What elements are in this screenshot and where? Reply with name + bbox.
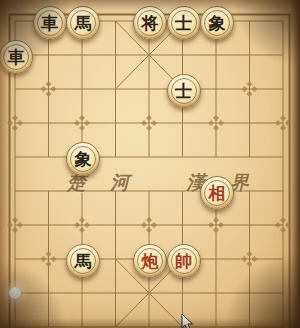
black-advisor-f10-glyph: 士 <box>175 14 192 31</box>
red-elephant-g5-glyph: 相 <box>209 184 226 201</box>
red-cannon-e3-glyph: 炮 <box>142 252 159 269</box>
black-advisor-f8-glyph: 士 <box>175 82 192 99</box>
red-elephant-g5[interactable]: 相 <box>200 176 234 210</box>
black-chariot-b10[interactable]: 車 <box>33 6 67 40</box>
black-elephant-c6-glyph: 象 <box>75 150 92 167</box>
black-general-e10[interactable]: 将 <box>133 6 167 40</box>
black-advisor-f10[interactable]: 士 <box>167 6 201 40</box>
black-chariot-a9[interactable]: 車 <box>0 40 33 74</box>
black-advisor-f8[interactable]: 士 <box>167 74 201 108</box>
board-grid <box>0 0 300 328</box>
black-horse-c10-glyph: 馬 <box>75 14 92 31</box>
black-elephant-g10-glyph: 象 <box>209 14 226 31</box>
highlight-dot <box>9 287 21 299</box>
black-general-e10-glyph: 将 <box>142 14 159 31</box>
black-horse-c3[interactable]: 馬 <box>66 244 100 278</box>
red-general-f3[interactable]: 帥 <box>167 244 201 278</box>
black-elephant-g10[interactable]: 象 <box>200 6 234 40</box>
black-chariot-a9-glyph: 車 <box>8 48 25 65</box>
black-chariot-b10-glyph: 車 <box>41 14 58 31</box>
black-horse-c10[interactable]: 馬 <box>66 6 100 40</box>
black-elephant-c6[interactable]: 象 <box>66 142 100 176</box>
xiangqi-board[interactable]: 楚 河 漢 界 車馬将士象車士象馬相炮帥 <box>0 0 300 328</box>
black-horse-c3-glyph: 馬 <box>75 252 92 269</box>
red-general-f3-glyph: 帥 <box>175 252 192 269</box>
red-cannon-e3[interactable]: 炮 <box>133 244 167 278</box>
grid-lines <box>10 15 290 328</box>
